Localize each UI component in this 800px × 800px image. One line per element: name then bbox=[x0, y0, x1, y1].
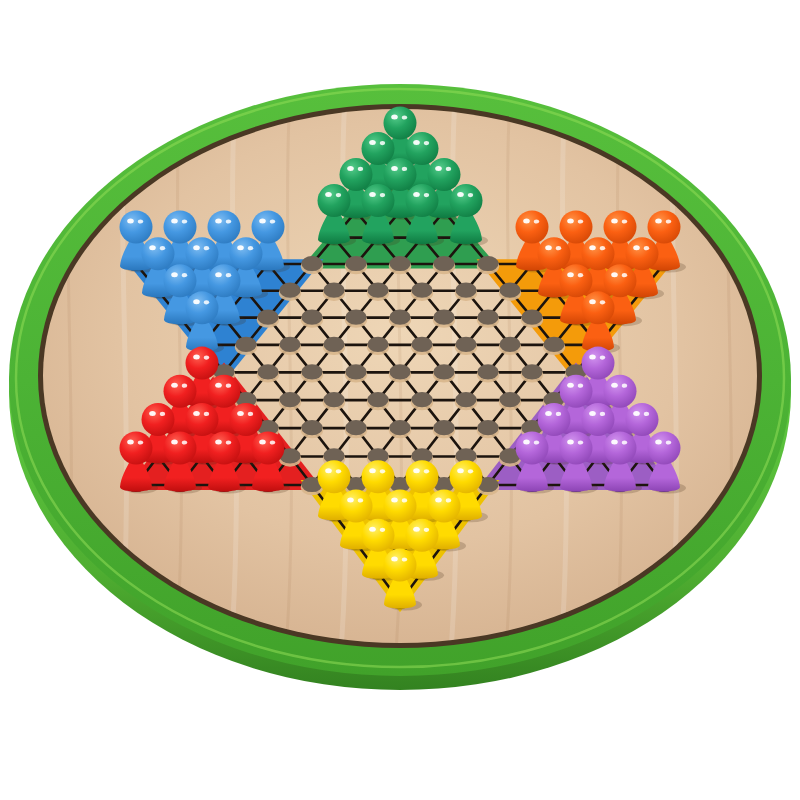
hole-r10c4[interactable] bbox=[345, 420, 366, 435]
hole-r6c4[interactable] bbox=[345, 310, 366, 325]
hole-r7c5[interactable] bbox=[411, 337, 432, 352]
hole-r7c4[interactable] bbox=[367, 337, 388, 352]
product-photo bbox=[0, 0, 800, 800]
hole-r6c6[interactable] bbox=[433, 310, 454, 325]
hole-r6c3[interactable] bbox=[301, 310, 322, 325]
hole-r8c7[interactable] bbox=[521, 364, 542, 379]
hole-r7c2[interactable] bbox=[279, 337, 300, 352]
hole-r5c3[interactable] bbox=[279, 283, 300, 298]
hole-r5c6[interactable] bbox=[411, 283, 432, 298]
hole-r9c5[interactable] bbox=[411, 392, 432, 407]
hole-r7c7[interactable] bbox=[499, 337, 520, 352]
hole-r7c1[interactable] bbox=[235, 337, 256, 352]
hole-r6c2[interactable] bbox=[257, 310, 278, 325]
hole-r7c6[interactable] bbox=[455, 337, 476, 352]
hole-r6c7[interactable] bbox=[477, 310, 498, 325]
hole-r4c7[interactable] bbox=[433, 256, 454, 271]
hole-r8c6[interactable] bbox=[477, 364, 498, 379]
hole-r8c3[interactable] bbox=[345, 364, 366, 379]
hole-r5c5[interactable] bbox=[367, 283, 388, 298]
hole-r10c7[interactable] bbox=[477, 420, 498, 435]
hole-r4c8[interactable] bbox=[477, 256, 498, 271]
hole-r7c3[interactable] bbox=[323, 337, 344, 352]
hole-r9c7[interactable] bbox=[499, 392, 520, 407]
hole-r9c3[interactable] bbox=[323, 392, 344, 407]
hole-r9c2[interactable] bbox=[279, 392, 300, 407]
hole-r10c3[interactable] bbox=[301, 420, 322, 435]
hole-r8c1[interactable] bbox=[257, 364, 278, 379]
hole-r9c6[interactable] bbox=[455, 392, 476, 407]
hole-r8c2[interactable] bbox=[301, 364, 322, 379]
hole-r6c8[interactable] bbox=[521, 310, 542, 325]
hole-r5c4[interactable] bbox=[323, 283, 344, 298]
hole-r10c5[interactable] bbox=[389, 420, 410, 435]
hole-r6c5[interactable] bbox=[389, 310, 410, 325]
hole-r8c4[interactable] bbox=[389, 364, 410, 379]
chinese-checkers-board bbox=[0, 0, 800, 800]
hole-r8c5[interactable] bbox=[433, 364, 454, 379]
hole-r4c6[interactable] bbox=[389, 256, 410, 271]
hole-r4c5[interactable] bbox=[345, 256, 366, 271]
hole-r5c7[interactable] bbox=[455, 283, 476, 298]
hole-r10c6[interactable] bbox=[433, 420, 454, 435]
hole-r4c4[interactable] bbox=[301, 256, 322, 271]
hole-r7c8[interactable] bbox=[543, 337, 564, 352]
hole-r9c4[interactable] bbox=[367, 392, 388, 407]
hole-r5c8[interactable] bbox=[499, 283, 520, 298]
